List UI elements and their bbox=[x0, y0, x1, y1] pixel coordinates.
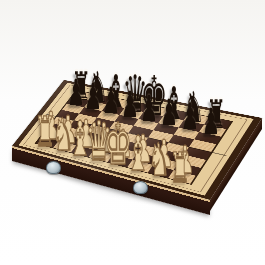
hinge-clasp-center bbox=[133, 181, 148, 194]
chess-set-photo: ♜♞♝♛♚♝♞♜♟♟♟♟♟♟♟♟♟♟♟♟♟♟♟♟♜♞♝♛♚♝♞♜ bbox=[0, 0, 265, 265]
hinge-clasp-left bbox=[46, 161, 61, 174]
